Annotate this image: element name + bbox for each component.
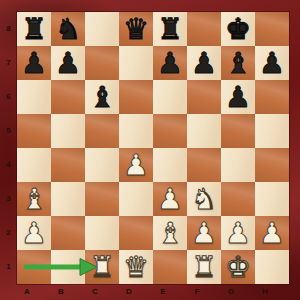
square-h1[interactable] <box>255 250 289 284</box>
square-g3[interactable] <box>221 182 255 216</box>
square-h7[interactable]: ♟ <box>255 46 289 80</box>
piece-white-bishop[interactable]: ♝ <box>17 182 51 216</box>
square-c7[interactable] <box>85 46 119 80</box>
piece-black-queen[interactable]: ♛ <box>119 12 153 46</box>
piece-white-rook[interactable]: ♜ <box>187 250 221 284</box>
square-d2[interactable] <box>119 216 153 250</box>
square-b7[interactable]: ♟ <box>51 46 85 80</box>
square-d7[interactable] <box>119 46 153 80</box>
piece-white-pawn[interactable]: ♟ <box>153 182 187 216</box>
file-label-h: H <box>248 284 282 300</box>
square-h6[interactable] <box>255 80 289 114</box>
piece-black-knight[interactable]: ♞ <box>51 12 85 46</box>
piece-white-pawn[interactable]: ♟ <box>255 216 289 250</box>
square-e3[interactable]: ♟ <box>153 182 187 216</box>
piece-white-knight[interactable]: ♞ <box>187 182 221 216</box>
square-a6[interactable] <box>17 80 51 114</box>
file-label-e: E <box>146 284 180 300</box>
piece-white-king[interactable]: ♚ <box>221 250 255 284</box>
square-e4[interactable] <box>153 148 187 182</box>
square-a3[interactable]: ♝ <box>17 182 51 216</box>
piece-black-pawn[interactable]: ♟ <box>187 46 221 80</box>
piece-black-pawn[interactable]: ♟ <box>17 46 51 80</box>
file-label-b: B <box>44 284 78 300</box>
rank-label-1: 1 <box>2 250 15 284</box>
piece-black-bishop[interactable]: ♝ <box>85 80 119 114</box>
square-h8[interactable] <box>255 12 289 46</box>
square-g2[interactable]: ♟ <box>221 216 255 250</box>
rank-label-4: 4 <box>2 148 15 182</box>
rank-label-5: 5 <box>2 114 15 148</box>
square-c1[interactable]: ♜ <box>85 250 119 284</box>
square-h5[interactable] <box>255 114 289 148</box>
square-a7[interactable]: ♟ <box>17 46 51 80</box>
square-a1[interactable] <box>17 250 51 284</box>
square-c8[interactable] <box>85 12 119 46</box>
square-g1[interactable]: ♚ <box>221 250 255 284</box>
square-h2[interactable]: ♟ <box>255 216 289 250</box>
square-b2[interactable] <box>51 216 85 250</box>
square-c2[interactable] <box>85 216 119 250</box>
board-frame: ♜♞♛♜♚♟♟♟♟♝♟♝♟♟♝♟♞♟♝♟♟♟♜♛♜♚ 87654321 ABCD… <box>0 0 300 300</box>
square-d8[interactable]: ♛ <box>119 12 153 46</box>
piece-white-pawn[interactable]: ♟ <box>119 148 153 182</box>
square-f7[interactable]: ♟ <box>187 46 221 80</box>
square-e6[interactable] <box>153 80 187 114</box>
chess-board: ♜♞♛♜♚♟♟♟♟♝♟♝♟♟♝♟♞♟♝♟♟♟♜♛♜♚ <box>17 12 289 284</box>
square-g8[interactable]: ♚ <box>221 12 255 46</box>
square-a4[interactable] <box>17 148 51 182</box>
square-g5[interactable] <box>221 114 255 148</box>
file-label-a: A <box>10 284 44 300</box>
piece-black-pawn[interactable]: ♟ <box>221 80 255 114</box>
piece-white-bishop[interactable]: ♝ <box>153 216 187 250</box>
square-e7[interactable]: ♟ <box>153 46 187 80</box>
file-label-d: D <box>112 284 146 300</box>
square-f4[interactable] <box>187 148 221 182</box>
square-f6[interactable] <box>187 80 221 114</box>
square-d1[interactable]: ♛ <box>119 250 153 284</box>
rank-label-7: 7 <box>2 46 15 80</box>
piece-black-pawn[interactable]: ♟ <box>255 46 289 80</box>
square-b3[interactable] <box>51 182 85 216</box>
square-f3[interactable]: ♞ <box>187 182 221 216</box>
file-label-g: G <box>214 284 248 300</box>
square-c5[interactable] <box>85 114 119 148</box>
piece-black-pawn[interactable]: ♟ <box>51 46 85 80</box>
square-d3[interactable] <box>119 182 153 216</box>
square-a2[interactable]: ♟ <box>17 216 51 250</box>
piece-black-rook[interactable]: ♜ <box>153 12 187 46</box>
square-h3[interactable] <box>255 182 289 216</box>
square-b8[interactable]: ♞ <box>51 12 85 46</box>
square-e8[interactable]: ♜ <box>153 12 187 46</box>
square-h4[interactable] <box>255 148 289 182</box>
square-c3[interactable] <box>85 182 119 216</box>
file-label-f: F <box>180 284 214 300</box>
piece-white-rook[interactable]: ♜ <box>85 250 119 284</box>
square-c4[interactable] <box>85 148 119 182</box>
square-f5[interactable] <box>187 114 221 148</box>
square-g6[interactable]: ♟ <box>221 80 255 114</box>
square-a5[interactable] <box>17 114 51 148</box>
file-label-c: C <box>78 284 112 300</box>
square-e5[interactable] <box>153 114 187 148</box>
square-c6[interactable]: ♝ <box>85 80 119 114</box>
square-d5[interactable] <box>119 114 153 148</box>
piece-black-king[interactable]: ♚ <box>221 12 255 46</box>
piece-white-queen[interactable]: ♛ <box>119 250 153 284</box>
square-e1[interactable] <box>153 250 187 284</box>
rank-label-3: 3 <box>2 182 15 216</box>
square-b1[interactable] <box>51 250 85 284</box>
piece-white-pawn[interactable]: ♟ <box>187 216 221 250</box>
rank-label-2: 2 <box>2 216 15 250</box>
square-f1[interactable]: ♜ <box>187 250 221 284</box>
piece-white-pawn[interactable]: ♟ <box>17 216 51 250</box>
square-f2[interactable]: ♟ <box>187 216 221 250</box>
square-a8[interactable]: ♜ <box>17 12 51 46</box>
square-f8[interactable] <box>187 12 221 46</box>
square-b5[interactable] <box>51 114 85 148</box>
piece-white-pawn[interactable]: ♟ <box>221 216 255 250</box>
square-e2[interactable]: ♝ <box>153 216 187 250</box>
square-b4[interactable] <box>51 148 85 182</box>
piece-black-rook[interactable]: ♜ <box>17 12 51 46</box>
rank-label-6: 6 <box>2 80 15 114</box>
square-b6[interactable] <box>51 80 85 114</box>
square-d4[interactable]: ♟ <box>119 148 153 182</box>
square-d6[interactable] <box>119 80 153 114</box>
piece-black-pawn[interactable]: ♟ <box>153 46 187 80</box>
piece-black-bishop[interactable]: ♝ <box>221 46 255 80</box>
square-g7[interactable]: ♝ <box>221 46 255 80</box>
square-g4[interactable] <box>221 148 255 182</box>
rank-label-8: 8 <box>2 12 15 46</box>
